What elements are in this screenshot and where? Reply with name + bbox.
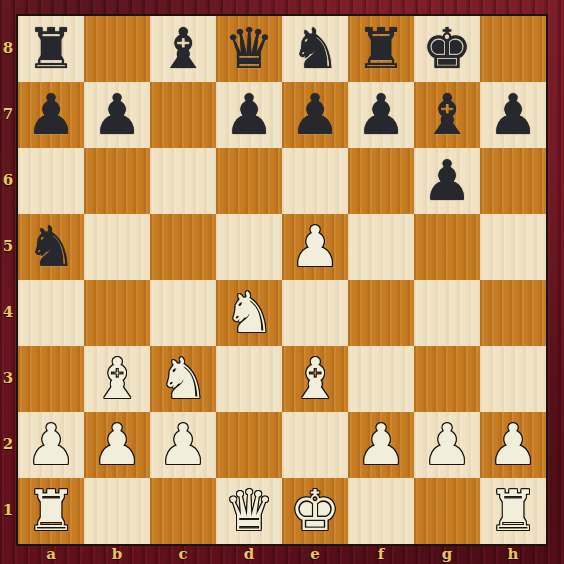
square-g7[interactable]: ♝ <box>414 82 480 148</box>
square-h2[interactable]: ♟ <box>480 412 546 478</box>
square-a4[interactable] <box>18 280 84 346</box>
file-label-d: d <box>216 546 282 564</box>
square-b7[interactable]: ♟ <box>84 82 150 148</box>
square-a7[interactable]: ♟ <box>18 82 84 148</box>
piece-black-bishop[interactable]: ♝ <box>414 83 480 147</box>
piece-white-pawn[interactable]: ♟ <box>480 413 546 477</box>
rank-label-1: 1 <box>0 478 16 544</box>
square-d1[interactable]: ♛ <box>216 478 282 544</box>
square-a5[interactable]: ♞ <box>18 214 84 280</box>
square-h1[interactable]: ♜ <box>480 478 546 544</box>
square-h3[interactable] <box>480 346 546 412</box>
piece-black-pawn[interactable]: ♟ <box>480 83 546 147</box>
file-label-a: a <box>18 546 84 564</box>
square-h8[interactable] <box>480 16 546 82</box>
square-c5[interactable] <box>150 214 216 280</box>
piece-black-rook[interactable]: ♜ <box>18 17 84 81</box>
file-label-b: b <box>84 546 150 564</box>
square-e1[interactable]: ♚ <box>282 478 348 544</box>
piece-black-pawn[interactable]: ♟ <box>84 83 150 147</box>
square-d7[interactable]: ♟ <box>216 82 282 148</box>
square-c3[interactable]: ♞ <box>150 346 216 412</box>
rank-label-8: 8 <box>0 16 16 82</box>
square-g6[interactable]: ♟ <box>414 148 480 214</box>
square-h4[interactable] <box>480 280 546 346</box>
square-b2[interactable]: ♟ <box>84 412 150 478</box>
piece-white-pawn[interactable]: ♟ <box>414 413 480 477</box>
square-g3[interactable] <box>414 346 480 412</box>
square-e8[interactable]: ♞ <box>282 16 348 82</box>
piece-black-knight[interactable]: ♞ <box>282 17 348 81</box>
square-f3[interactable] <box>348 346 414 412</box>
square-e3[interactable]: ♝ <box>282 346 348 412</box>
piece-white-pawn[interactable]: ♟ <box>348 413 414 477</box>
square-g8[interactable]: ♚ <box>414 16 480 82</box>
file-label-f: f <box>348 546 414 564</box>
square-d3[interactable] <box>216 346 282 412</box>
square-a8[interactable]: ♜ <box>18 16 84 82</box>
piece-white-rook[interactable]: ♜ <box>480 479 546 543</box>
square-g4[interactable] <box>414 280 480 346</box>
rank-label-3: 3 <box>0 346 16 412</box>
square-a3[interactable] <box>18 346 84 412</box>
rank-label-5: 5 <box>0 214 16 280</box>
piece-white-knight[interactable]: ♞ <box>150 347 216 411</box>
piece-black-rook[interactable]: ♜ <box>348 17 414 81</box>
square-c4[interactable] <box>150 280 216 346</box>
square-h6[interactable] <box>480 148 546 214</box>
piece-white-pawn[interactable]: ♟ <box>18 413 84 477</box>
square-f6[interactable] <box>348 148 414 214</box>
square-d2[interactable] <box>216 412 282 478</box>
square-e7[interactable]: ♟ <box>282 82 348 148</box>
square-b1[interactable] <box>84 478 150 544</box>
square-a2[interactable]: ♟ <box>18 412 84 478</box>
square-g5[interactable] <box>414 214 480 280</box>
piece-black-knight[interactable]: ♞ <box>18 215 84 279</box>
square-g1[interactable] <box>414 478 480 544</box>
rank-labels: 87654321 <box>0 16 16 544</box>
board-frame: 87654321 ♜♝♛♞♜♚♟♟♟♟♟♝♟♟♞♟♞♝♞♝♟♟♟♟♟♟♜♛♚♜ … <box>0 0 564 564</box>
piece-black-pawn[interactable]: ♟ <box>282 83 348 147</box>
file-label-e: e <box>282 546 348 564</box>
piece-white-rook[interactable]: ♜ <box>18 479 84 543</box>
square-a1[interactable]: ♜ <box>18 478 84 544</box>
piece-black-queen[interactable]: ♛ <box>216 17 282 81</box>
square-g2[interactable]: ♟ <box>414 412 480 478</box>
piece-white-pawn[interactable]: ♟ <box>282 215 348 279</box>
square-a6[interactable] <box>18 148 84 214</box>
square-e5[interactable]: ♟ <box>282 214 348 280</box>
square-e2[interactable] <box>282 412 348 478</box>
file-label-h: h <box>480 546 546 564</box>
square-c1[interactable] <box>150 478 216 544</box>
piece-black-pawn[interactable]: ♟ <box>348 83 414 147</box>
piece-black-pawn[interactable]: ♟ <box>414 149 480 213</box>
file-label-c: c <box>150 546 216 564</box>
square-f5[interactable] <box>348 214 414 280</box>
piece-white-queen[interactable]: ♛ <box>216 479 282 543</box>
piece-white-king[interactable]: ♚ <box>282 479 348 543</box>
rank-label-6: 6 <box>0 148 16 214</box>
square-d4[interactable]: ♞ <box>216 280 282 346</box>
square-b6[interactable] <box>84 148 150 214</box>
square-f8[interactable]: ♜ <box>348 16 414 82</box>
piece-black-pawn[interactable]: ♟ <box>18 83 84 147</box>
square-b8[interactable] <box>84 16 150 82</box>
piece-white-pawn[interactable]: ♟ <box>150 413 216 477</box>
square-e6[interactable] <box>282 148 348 214</box>
piece-white-bishop[interactable]: ♝ <box>84 347 150 411</box>
rank-label-7: 7 <box>0 82 16 148</box>
square-d5[interactable] <box>216 214 282 280</box>
square-h7[interactable]: ♟ <box>480 82 546 148</box>
square-b3[interactable]: ♝ <box>84 346 150 412</box>
square-c8[interactable]: ♝ <box>150 16 216 82</box>
board: ♜♝♛♞♜♚♟♟♟♟♟♝♟♟♞♟♞♝♞♝♟♟♟♟♟♟♜♛♚♜ <box>16 14 548 546</box>
square-f4[interactable] <box>348 280 414 346</box>
square-c2[interactable]: ♟ <box>150 412 216 478</box>
rank-label-4: 4 <box>0 280 16 346</box>
square-c6[interactable] <box>150 148 216 214</box>
square-f1[interactable] <box>348 478 414 544</box>
square-f2[interactable]: ♟ <box>348 412 414 478</box>
file-labels: abcdefgh <box>18 546 546 564</box>
square-e4[interactable] <box>282 280 348 346</box>
piece-black-bishop[interactable]: ♝ <box>150 17 216 81</box>
piece-white-knight[interactable]: ♞ <box>216 281 282 345</box>
square-d6[interactable] <box>216 148 282 214</box>
piece-white-bishop[interactable]: ♝ <box>282 347 348 411</box>
piece-black-king[interactable]: ♚ <box>414 17 480 81</box>
square-b5[interactable] <box>84 214 150 280</box>
square-b4[interactable] <box>84 280 150 346</box>
piece-white-pawn[interactable]: ♟ <box>84 413 150 477</box>
rank-label-2: 2 <box>0 412 16 478</box>
square-f7[interactable]: ♟ <box>348 82 414 148</box>
square-d8[interactable]: ♛ <box>216 16 282 82</box>
file-label-g: g <box>414 546 480 564</box>
square-c7[interactable] <box>150 82 216 148</box>
square-h5[interactable] <box>480 214 546 280</box>
piece-black-pawn[interactable]: ♟ <box>216 83 282 147</box>
